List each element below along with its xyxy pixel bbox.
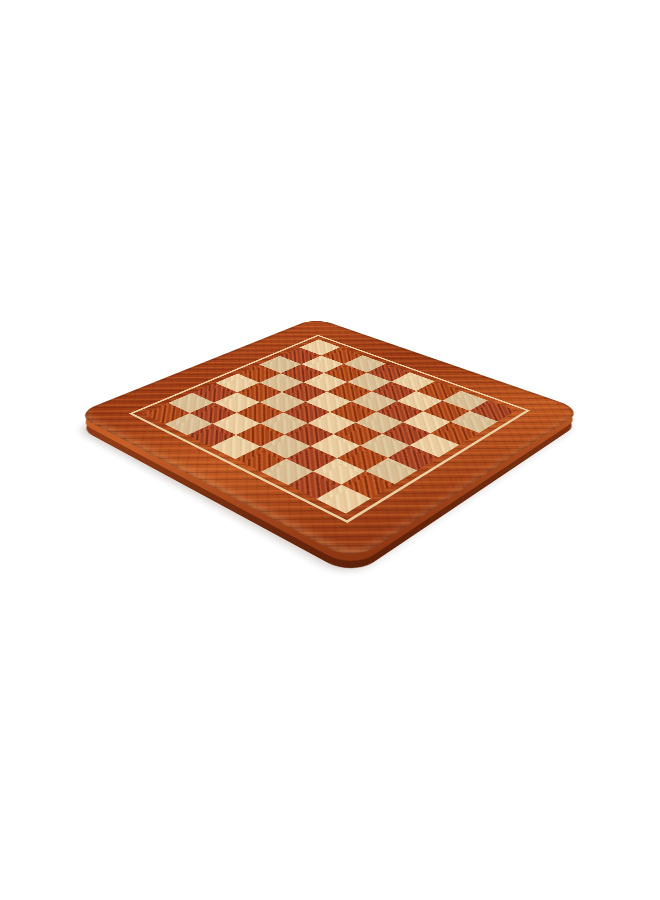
chessboard <box>75 318 584 562</box>
square-h5 <box>410 433 460 457</box>
square-h4 <box>388 445 439 470</box>
square-h1 <box>316 485 371 514</box>
square-h3 <box>365 458 417 484</box>
square-g2 <box>313 458 365 484</box>
square-f2 <box>286 446 337 471</box>
square-e2 <box>261 435 311 459</box>
square-f3 <box>310 434 360 458</box>
square-e3 <box>285 423 334 446</box>
square-g4 <box>360 434 410 458</box>
square-h6 <box>431 422 479 445</box>
square-g5 <box>382 422 431 445</box>
square-c2 <box>212 413 260 435</box>
square-h2 <box>341 471 394 499</box>
square-g3 <box>337 446 388 471</box>
product-photo <box>0 0 660 900</box>
square-g1 <box>288 471 341 499</box>
square-c1 <box>187 424 236 447</box>
square-d1 <box>211 435 261 459</box>
square-b1 <box>165 413 213 435</box>
square-f4 <box>333 423 382 446</box>
board-frame <box>75 318 584 562</box>
square-e1 <box>235 447 286 472</box>
square-d3 <box>260 412 308 434</box>
square-f1 <box>261 459 313 485</box>
square-h7 <box>450 411 497 433</box>
square-e4 <box>308 412 356 434</box>
square-f5 <box>355 412 403 434</box>
square-g6 <box>403 411 450 433</box>
square-d2 <box>236 423 285 446</box>
